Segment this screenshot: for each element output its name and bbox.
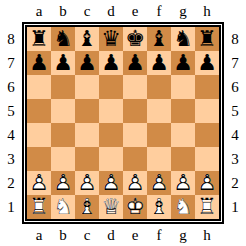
square-h6[interactable] — [195, 75, 219, 99]
white-knight-b1[interactable]: ♞♘ — [51, 195, 75, 219]
white-pawn-icon: ♙ — [51, 171, 75, 195]
square-g6[interactable] — [171, 75, 195, 99]
square-d7[interactable]: ♟ — [99, 51, 123, 75]
black-queen-d8[interactable]: ♛ — [99, 27, 123, 51]
black-pawn-icon: ♟ — [171, 51, 195, 75]
white-pawn-icon: ♙ — [171, 171, 195, 195]
white-pawn-icon: ♙ — [75, 171, 99, 195]
black-pawn-h7[interactable]: ♟ — [195, 51, 219, 75]
white-pawn-icon: ♙ — [27, 171, 51, 195]
black-knight-icon: ♞ — [51, 27, 75, 51]
white-pawn-h2[interactable]: ♟♙ — [195, 171, 219, 195]
square-g1[interactable]: ♞♘ — [171, 195, 195, 219]
black-pawn-d7[interactable]: ♟ — [99, 51, 123, 75]
square-e3[interactable] — [123, 147, 147, 171]
square-a8[interactable]: ♜ — [27, 27, 51, 51]
rank-label: 1 — [224, 195, 246, 219]
white-queen-icon: ♕ — [99, 195, 123, 219]
file-label: h — [195, 224, 219, 246]
square-a6[interactable] — [27, 75, 51, 99]
file-label: e — [123, 224, 147, 246]
white-queen-d1[interactable]: ♛♕ — [99, 195, 123, 219]
black-rook-icon: ♜ — [195, 27, 219, 51]
square-e6[interactable] — [123, 75, 147, 99]
square-b7[interactable]: ♟ — [51, 51, 75, 75]
square-d5[interactable] — [99, 99, 123, 123]
white-knight-icon: ♘ — [171, 195, 195, 219]
white-pawn-icon: ♙ — [195, 171, 219, 195]
rank-label: 8 — [0, 27, 22, 51]
black-rook-icon: ♜ — [27, 27, 51, 51]
black-pawn-g7[interactable]: ♟ — [171, 51, 195, 75]
square-b3[interactable] — [51, 147, 75, 171]
rank-label: 3 — [224, 147, 246, 171]
black-bishop-icon: ♝ — [75, 27, 99, 51]
square-e4[interactable] — [123, 123, 147, 147]
file-label: d — [99, 0, 123, 22]
black-knight-g8[interactable]: ♞ — [171, 27, 195, 51]
square-h5[interactable] — [195, 99, 219, 123]
rank-label: 5 — [0, 99, 22, 123]
rank-label: 4 — [224, 123, 246, 147]
square-e8[interactable]: ♚ — [123, 27, 147, 51]
square-f3[interactable] — [147, 147, 171, 171]
file-labels-bottom: abcdefgh — [27, 224, 219, 246]
rank-label: 7 — [224, 51, 246, 75]
rank-label: 4 — [0, 123, 22, 147]
black-pawn-icon: ♟ — [123, 51, 147, 75]
white-pawn-e2[interactable]: ♟♙ — [123, 171, 147, 195]
white-king-e1[interactable]: ♚♔ — [123, 195, 147, 219]
black-knight-icon: ♞ — [171, 27, 195, 51]
black-pawn-f7[interactable]: ♟ — [147, 51, 171, 75]
square-c2[interactable]: ♟♙ — [75, 171, 99, 195]
white-pawn-b2[interactable]: ♟♙ — [51, 171, 75, 195]
square-b4[interactable] — [51, 123, 75, 147]
file-label: g — [171, 224, 195, 246]
black-rook-a8[interactable]: ♜ — [27, 27, 51, 51]
white-bishop-icon: ♗ — [147, 195, 171, 219]
rank-labels-left: 87654321 — [0, 27, 22, 219]
square-b5[interactable] — [51, 99, 75, 123]
white-pawn-d2[interactable]: ♟♙ — [99, 171, 123, 195]
square-g7[interactable]: ♟ — [171, 51, 195, 75]
black-king-icon: ♚ — [123, 27, 147, 51]
black-pawn-icon: ♟ — [27, 51, 51, 75]
black-knight-b8[interactable]: ♞ — [51, 27, 75, 51]
square-f6[interactable] — [147, 75, 171, 99]
rank-label: 2 — [0, 171, 22, 195]
black-king-e8[interactable]: ♚ — [123, 27, 147, 51]
square-d8[interactable]: ♛ — [99, 27, 123, 51]
white-rook-icon: ♖ — [195, 195, 219, 219]
square-h2[interactable]: ♟♙ — [195, 171, 219, 195]
file-label: c — [75, 0, 99, 22]
black-rook-h8[interactable]: ♜ — [195, 27, 219, 51]
square-c3[interactable] — [75, 147, 99, 171]
white-king-icon: ♔ — [123, 195, 147, 219]
square-e1[interactable]: ♚♔ — [123, 195, 147, 219]
square-a1[interactable]: ♜♖ — [27, 195, 51, 219]
chess-diagram: abcdefgh abcdefgh 87654321 87654321 ♜♞♝♛… — [0, 0, 246, 246]
white-pawn-icon: ♙ — [99, 171, 123, 195]
black-bishop-icon: ♝ — [147, 27, 171, 51]
square-d1[interactable]: ♛♕ — [99, 195, 123, 219]
square-f1[interactable]: ♝♗ — [147, 195, 171, 219]
rank-label: 7 — [0, 51, 22, 75]
square-f8[interactable]: ♝ — [147, 27, 171, 51]
file-labels-top: abcdefgh — [27, 0, 219, 22]
white-pawn-c2[interactable]: ♟♙ — [75, 171, 99, 195]
black-pawn-c7[interactable]: ♟ — [75, 51, 99, 75]
rank-label: 1 — [0, 195, 22, 219]
black-pawn-a7[interactable]: ♟ — [27, 51, 51, 75]
white-knight-g1[interactable]: ♞♘ — [171, 195, 195, 219]
square-a3[interactable] — [27, 147, 51, 171]
rank-label: 8 — [224, 27, 246, 51]
black-pawn-icon: ♟ — [99, 51, 123, 75]
rank-label: 5 — [224, 99, 246, 123]
square-a7[interactable]: ♟ — [27, 51, 51, 75]
square-g5[interactable] — [171, 99, 195, 123]
file-label: h — [195, 0, 219, 22]
square-h8[interactable]: ♜ — [195, 27, 219, 51]
square-e5[interactable] — [123, 99, 147, 123]
rank-label: 3 — [0, 147, 22, 171]
square-e7[interactable]: ♟ — [123, 51, 147, 75]
square-g2[interactable]: ♟♙ — [171, 171, 195, 195]
board-frame: ♜♞♝♛♚♝♞♜♟♟♟♟♟♟♟♟♟♙♟♙♟♙♟♙♟♙♟♙♟♙♟♙♜♖♞♘♝♗♛♕… — [22, 22, 224, 224]
square-b2[interactable]: ♟♙ — [51, 171, 75, 195]
square-g8[interactable]: ♞ — [171, 27, 195, 51]
square-a2[interactable]: ♟♙ — [27, 171, 51, 195]
chess-board: ♜♞♝♛♚♝♞♜♟♟♟♟♟♟♟♟♟♙♟♙♟♙♟♙♟♙♟♙♟♙♟♙♜♖♞♘♝♗♛♕… — [25, 25, 221, 221]
black-pawn-icon: ♟ — [147, 51, 171, 75]
white-pawn-icon: ♙ — [147, 171, 171, 195]
file-label: b — [51, 0, 75, 22]
square-h7[interactable]: ♟ — [195, 51, 219, 75]
square-a5[interactable] — [27, 99, 51, 123]
file-label: d — [99, 224, 123, 246]
white-bishop-c1[interactable]: ♝♗ — [75, 195, 99, 219]
black-queen-icon: ♛ — [99, 27, 123, 51]
square-b8[interactable]: ♞ — [51, 27, 75, 51]
square-g4[interactable] — [171, 123, 195, 147]
square-d4[interactable] — [99, 123, 123, 147]
square-c4[interactable] — [75, 123, 99, 147]
file-label: e — [123, 0, 147, 22]
file-label: c — [75, 224, 99, 246]
square-e2[interactable]: ♟♙ — [123, 171, 147, 195]
black-pawn-icon: ♟ — [51, 51, 75, 75]
black-pawn-e7[interactable]: ♟ — [123, 51, 147, 75]
white-pawn-icon: ♙ — [123, 171, 147, 195]
square-b1[interactable]: ♞♘ — [51, 195, 75, 219]
file-label: f — [147, 0, 171, 22]
square-g3[interactable] — [171, 147, 195, 171]
square-h3[interactable] — [195, 147, 219, 171]
square-f7[interactable]: ♟ — [147, 51, 171, 75]
square-b6[interactable] — [51, 75, 75, 99]
square-c1[interactable]: ♝♗ — [75, 195, 99, 219]
white-pawn-a2[interactable]: ♟♙ — [27, 171, 51, 195]
white-rook-icon: ♖ — [27, 195, 51, 219]
rank-label: 6 — [0, 75, 22, 99]
rank-label: 6 — [224, 75, 246, 99]
white-knight-icon: ♘ — [51, 195, 75, 219]
square-c6[interactable] — [75, 75, 99, 99]
white-rook-a1[interactable]: ♜♖ — [27, 195, 51, 219]
square-c8[interactable]: ♝ — [75, 27, 99, 51]
square-c7[interactable]: ♟ — [75, 51, 99, 75]
square-h4[interactable] — [195, 123, 219, 147]
file-label: b — [51, 224, 75, 246]
square-c5[interactable] — [75, 99, 99, 123]
square-h1[interactable]: ♜♖ — [195, 195, 219, 219]
rank-labels-right: 87654321 — [224, 27, 246, 219]
black-pawn-b7[interactable]: ♟ — [51, 51, 75, 75]
file-label: f — [147, 224, 171, 246]
square-d6[interactable] — [99, 75, 123, 99]
white-bishop-f1[interactable]: ♝♗ — [147, 195, 171, 219]
file-label: a — [27, 224, 51, 246]
square-f4[interactable] — [147, 123, 171, 147]
square-f2[interactable]: ♟♙ — [147, 171, 171, 195]
black-bishop-f8[interactable]: ♝ — [147, 27, 171, 51]
black-bishop-c8[interactable]: ♝ — [75, 27, 99, 51]
black-pawn-icon: ♟ — [75, 51, 99, 75]
square-a4[interactable] — [27, 123, 51, 147]
white-pawn-g2[interactable]: ♟♙ — [171, 171, 195, 195]
black-pawn-icon: ♟ — [195, 51, 219, 75]
file-label: a — [27, 0, 51, 22]
rank-label: 2 — [224, 171, 246, 195]
white-bishop-icon: ♗ — [75, 195, 99, 219]
white-rook-h1[interactable]: ♜♖ — [195, 195, 219, 219]
white-pawn-f2[interactable]: ♟♙ — [147, 171, 171, 195]
file-label: g — [171, 0, 195, 22]
square-d3[interactable] — [99, 147, 123, 171]
square-f5[interactable] — [147, 99, 171, 123]
square-d2[interactable]: ♟♙ — [99, 171, 123, 195]
